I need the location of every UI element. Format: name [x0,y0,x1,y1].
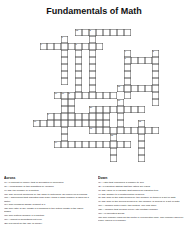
crossword-cell[interactable] [89,85,96,92]
empty-space [33,134,40,141]
crossword-cell[interactable] [152,85,159,92]
crossword-cell[interactable] [75,85,82,92]
crossword-cell[interactable]: 6 [47,113,54,120]
cell-number: 11 [90,127,92,129]
empty-space [40,50,47,57]
crossword-cell[interactable] [61,106,68,113]
empty-space [152,36,159,43]
crossword-cell[interactable] [61,57,68,64]
empty-space [33,106,40,113]
crossword-cell[interactable]: 11 [89,127,96,134]
empty-space [33,113,40,120]
empty-space [117,43,124,50]
empty-space [40,29,47,36]
crossword-cell[interactable] [110,92,117,99]
empty-space [68,36,75,43]
empty-space [152,29,159,36]
crossword-cell[interactable] [89,113,96,120]
crossword-cell[interactable]: 12 [138,120,145,127]
empty-space [82,99,89,106]
empty-space [68,85,75,92]
crossword-cell[interactable] [145,57,152,64]
empty-space [33,43,40,50]
crossword-cell[interactable] [96,127,103,134]
empty-space [96,64,103,71]
empty-space [47,155,54,162]
crossword-cell[interactable] [54,120,61,127]
empty-space [54,155,61,162]
empty-space [145,29,152,36]
crossword-cell[interactable] [75,120,82,127]
crossword-cell[interactable] [96,120,103,127]
crossword-cell[interactable] [138,57,145,64]
crossword-cell[interactable] [61,50,68,57]
empty-space [54,127,61,134]
crossword-cell[interactable] [117,141,124,148]
crossword-cell[interactable] [61,64,68,71]
empty-space [145,148,152,155]
empty-space [145,120,152,127]
crossword-cell[interactable] [89,78,96,85]
empty-space [26,57,33,64]
crossword-cell[interactable] [124,92,131,99]
across-clue-column: Across [6] An amount of money that is de… [4,176,90,243]
crossword-cell[interactable] [89,36,96,43]
crossword-cell[interactable] [89,57,96,64]
empty-space [96,148,103,155]
crossword-cell[interactable] [124,85,131,92]
empty-space [145,113,152,120]
empty-space [26,155,33,162]
empty-space [145,50,152,57]
empty-space [54,99,61,106]
crossword-cell[interactable] [82,29,89,36]
crossword-cell[interactable]: 5 [68,92,75,99]
crossword-cell[interactable] [103,127,110,134]
crossword-cell[interactable] [47,120,54,127]
crossword-cell[interactable] [61,71,68,78]
crossword-cell[interactable] [89,50,96,57]
crossword-cell[interactable] [61,141,68,148]
empty-space [82,85,89,92]
empty-space [40,141,47,148]
empty-space [117,148,124,155]
crossword-cell[interactable] [82,141,89,148]
crossword-cell[interactable] [68,120,75,127]
empty-space [117,50,124,57]
empty-space [131,155,138,162]
empty-space [47,64,54,71]
empty-space [117,36,124,43]
empty-space [103,64,110,71]
empty-space [82,155,89,162]
crossword-cell[interactable] [131,106,138,113]
empty-space [124,113,131,120]
clue-item: [13] A superscript that indicates how ma… [4,196,90,202]
empty-space [124,43,131,50]
crossword-cell[interactable] [138,127,145,134]
crossword-cell[interactable] [124,141,131,148]
empty-space [54,50,61,57]
crossword-cell[interactable] [103,106,110,113]
cell-number: 2 [90,29,91,31]
empty-space [26,71,33,78]
empty-space [82,50,89,57]
empty-space [75,36,82,43]
empty-space [89,99,96,106]
crossword-cell[interactable] [131,85,138,92]
empty-space [152,120,159,127]
empty-space [131,141,138,148]
crossword-cell[interactable]: 8 [124,57,131,64]
crossword-cell[interactable] [124,29,131,36]
clue-item: [15] The ratio of any length in a drawin… [4,207,90,213]
crossword-cell[interactable] [138,148,145,155]
empty-space [33,36,40,43]
empty-space [131,134,138,141]
crossword-cell[interactable] [103,92,110,99]
crossword-cell[interactable]: 17 [33,120,40,127]
empty-space [40,155,47,162]
crossword-cell[interactable] [145,85,152,92]
empty-space [33,92,40,99]
crossword-cell[interactable] [61,134,68,141]
empty-space [82,71,89,78]
empty-space [152,141,159,148]
crossword-cell[interactable] [110,148,117,155]
crossword-cell[interactable] [75,141,82,148]
crossword-cell[interactable] [61,127,68,134]
empty-space [82,57,89,64]
crossword-cell[interactable] [110,106,117,113]
crossword-cell[interactable] [89,64,96,71]
empty-space [54,106,61,113]
crossword-cell[interactable]: 4 [124,50,131,57]
clue-item: [3] The value of a variable that makes a… [98,189,186,192]
empty-space [103,50,110,57]
crossword-cell[interactable] [124,106,131,113]
crossword-cell[interactable] [61,43,68,50]
crossword-cell[interactable] [131,57,138,64]
crossword-cell[interactable] [124,127,131,134]
empty-space [54,29,61,36]
clue-item: [20] Payment for the use of money [4,222,90,225]
empty-space [145,43,152,50]
crossword-cell[interactable]: 1 [61,36,68,43]
empty-space [131,36,138,43]
crossword-cell[interactable] [152,99,159,106]
crossword-cell[interactable]: 16 [61,92,68,99]
down-clue-list: [1] A ratio that compares a number to 10… [98,181,186,222]
crossword-cell[interactable] [82,43,89,50]
clue-item: [9] The top number in a fraction [4,189,90,192]
crossword-cell[interactable] [117,113,124,120]
crossword-cell[interactable] [145,127,152,134]
crossword-cell[interactable] [152,71,159,78]
crossword-cell[interactable]: 14 [54,141,61,148]
empty-space [110,120,117,127]
empty-space [47,99,54,106]
clue-item: [16] An educated guess [98,212,186,215]
empty-space [26,43,33,50]
empty-space [110,36,117,43]
cell-number: 16 [62,92,65,94]
cell-number: 10 [118,99,121,101]
empty-space [117,57,124,64]
empty-space [68,71,75,78]
crossword-cell[interactable] [75,71,82,78]
crossword-cell[interactable] [54,113,61,120]
crossword-cell[interactable] [82,92,89,99]
empty-space [103,85,110,92]
crossword-cell[interactable]: 10 [117,99,124,106]
empty-space [61,155,68,162]
empty-space [40,92,47,99]
empty-space [82,127,89,134]
cell-number: 5 [69,92,70,94]
page-title: Fundamentals of Math [0,6,188,16]
empty-space [138,50,145,57]
crossword-cell[interactable] [40,120,47,127]
empty-space [54,78,61,85]
empty-space [47,134,54,141]
crossword-cell[interactable] [110,29,117,36]
empty-space [61,29,68,36]
crossword-cell[interactable] [61,113,68,120]
crossword-cell[interactable] [68,99,75,106]
empty-space [145,106,152,113]
crossword-cell[interactable] [89,71,96,78]
crossword-cell[interactable] [47,43,54,50]
empty-space [110,78,117,85]
crossword-cell[interactable] [96,113,103,120]
crossword-cell[interactable] [75,113,82,120]
empty-space [47,141,54,148]
crossword-cell[interactable] [138,85,145,92]
crossword-cell[interactable] [138,106,145,113]
cell-number: 17 [34,120,37,122]
clue-item: [11] The percent multiplied by the base … [4,193,90,196]
empty-space [124,99,131,106]
crossword-cell[interactable] [61,120,68,127]
empty-space [117,64,124,71]
crossword-cell[interactable]: 7 [75,43,82,50]
empty-space [152,148,159,155]
crossword-cell[interactable] [54,43,61,50]
crossword-cell[interactable] [117,29,124,36]
clue-item: [18] The number used as the factor in ex… [98,216,186,222]
empty-space [33,155,40,162]
cell-number: 14 [55,141,58,143]
empty-space [47,57,54,64]
empty-space [75,148,82,155]
crossword-cell[interactable] [124,78,131,85]
empty-space [117,155,124,162]
empty-space [54,36,61,43]
crossword-cell[interactable] [89,141,96,148]
empty-space [103,36,110,43]
empty-space [145,134,152,141]
empty-space [68,127,75,134]
empty-space [103,78,110,85]
empty-space [117,71,124,78]
crossword-cell[interactable] [75,64,82,71]
crossword-cell[interactable] [96,106,103,113]
crossword-cell[interactable] [68,113,75,120]
empty-space [110,43,117,50]
crossword-cell[interactable] [75,78,82,85]
crossword-cell[interactable] [131,127,138,134]
empty-space [47,29,54,36]
empty-space [68,57,75,64]
empty-space [33,99,40,106]
empty-space [124,36,131,43]
crossword-cell[interactable] [152,57,159,64]
empty-space [68,134,75,141]
crossword-cell[interactable] [96,92,103,99]
empty-space [26,99,33,106]
empty-space [33,64,40,71]
crossword-cell[interactable] [152,127,159,134]
crossword-cell[interactable] [117,120,124,127]
clue-item: [7] The sum of the scores divided by the… [98,200,186,203]
cell-number: 1 [62,36,63,38]
crossword-cell[interactable] [117,127,124,134]
empty-space [47,106,54,113]
crossword-cell[interactable] [75,57,82,64]
crossword-cell[interactable] [152,92,159,99]
clue-item: [6] An amount of money that is deposited… [4,181,90,184]
crossword-cell[interactable] [61,78,68,85]
crossword-cell[interactable] [138,155,145,162]
cell-number: 18 [111,134,114,136]
crossword-cell[interactable]: 19 [54,92,61,99]
crossword-cell[interactable]: 18 [110,134,117,141]
empty-space [54,57,61,64]
clue-item: [14] Two numbers whose product is 1 [4,203,90,206]
empty-space [61,148,68,155]
crossword-cell[interactable] [68,43,75,50]
empty-space [138,71,145,78]
empty-space [75,106,82,113]
empty-space [138,113,145,120]
empty-space [75,127,82,134]
crossword-cell[interactable] [103,29,110,36]
empty-space [68,155,75,162]
crossword-cell[interactable] [68,141,75,148]
empty-space [68,64,75,71]
crossword-cell[interactable] [61,99,68,106]
cell-number: 13 [76,29,79,31]
crossword-cell[interactable]: 20 [89,106,96,113]
empty-space [117,78,124,85]
empty-space [40,106,47,113]
empty-space [33,127,40,134]
crossword-cell[interactable]: 2 [89,29,96,36]
empty-space [117,134,124,141]
crossword-cell[interactable] [103,120,110,127]
empty-space [26,78,33,85]
crossword-cell[interactable] [96,141,103,148]
empty-space [89,134,96,141]
empty-space [124,120,131,127]
cell-number: 4 [125,50,126,52]
clue-item: [19] Amount of something left over [4,218,90,221]
empty-space [131,64,138,71]
empty-space [75,134,82,141]
empty-space [152,155,159,162]
crossword-cell[interactable] [68,106,75,113]
empty-space [82,134,89,141]
crossword-cell[interactable] [138,141,145,148]
crossword-cell[interactable] [103,141,110,148]
empty-space [68,78,75,85]
crossword-cell[interactable] [110,127,117,134]
crossword-cell[interactable] [89,120,96,127]
empty-space [103,148,110,155]
empty-space [96,57,103,64]
cell-number: 12 [139,120,142,122]
empty-space [145,71,152,78]
clue-item: [1] A ratio that compares a number to 10… [98,181,186,184]
down-clue-column: Down [1] A ratio that compares a number … [98,176,186,243]
empty-space [54,64,61,71]
empty-space [138,92,145,99]
empty-space [26,29,33,36]
crossword-cell[interactable] [124,71,131,78]
empty-space [124,134,131,141]
empty-space [124,155,131,162]
empty-space [131,92,138,99]
empty-space [40,113,47,120]
empty-space [110,71,117,78]
empty-space [96,134,103,141]
crossword-cell[interactable] [124,64,131,71]
crossword-cell[interactable] [75,92,82,99]
crossword-cell[interactable] [110,141,117,148]
crossword-cell[interactable] [152,64,159,71]
crossword-cell[interactable]: 13 [75,29,82,36]
crossword-cell[interactable]: 9 [40,43,47,50]
empty-space [103,71,110,78]
crossword-cell[interactable] [89,92,96,99]
empty-space [138,99,145,106]
empty-space [40,57,47,64]
empty-space [138,78,145,85]
crossword-cell[interactable] [82,120,89,127]
crossword-cell[interactable] [82,113,89,120]
crossword-cell[interactable] [103,113,110,120]
crossword-cell[interactable] [138,134,145,141]
crossword-cell[interactable]: 15 [117,85,124,92]
clue-item: [17] The bottom number in a fraction [4,214,90,217]
crossword-cell[interactable] [117,106,124,113]
cell-number: 20 [90,106,93,108]
empty-space [26,106,33,113]
crossword-cell[interactable] [96,43,103,50]
crossword-cell[interactable] [89,43,96,50]
crossword-cell[interactable] [110,155,117,162]
empty-space [33,78,40,85]
empty-space [145,92,152,99]
empty-space [26,36,33,43]
empty-space [61,85,68,92]
crossword-cell[interactable] [96,29,103,36]
empty-space [145,78,152,85]
crossword-cell[interactable] [152,78,159,85]
crossword-cell[interactable]: 3 [152,50,159,57]
crossword-cell[interactable] [75,50,82,57]
